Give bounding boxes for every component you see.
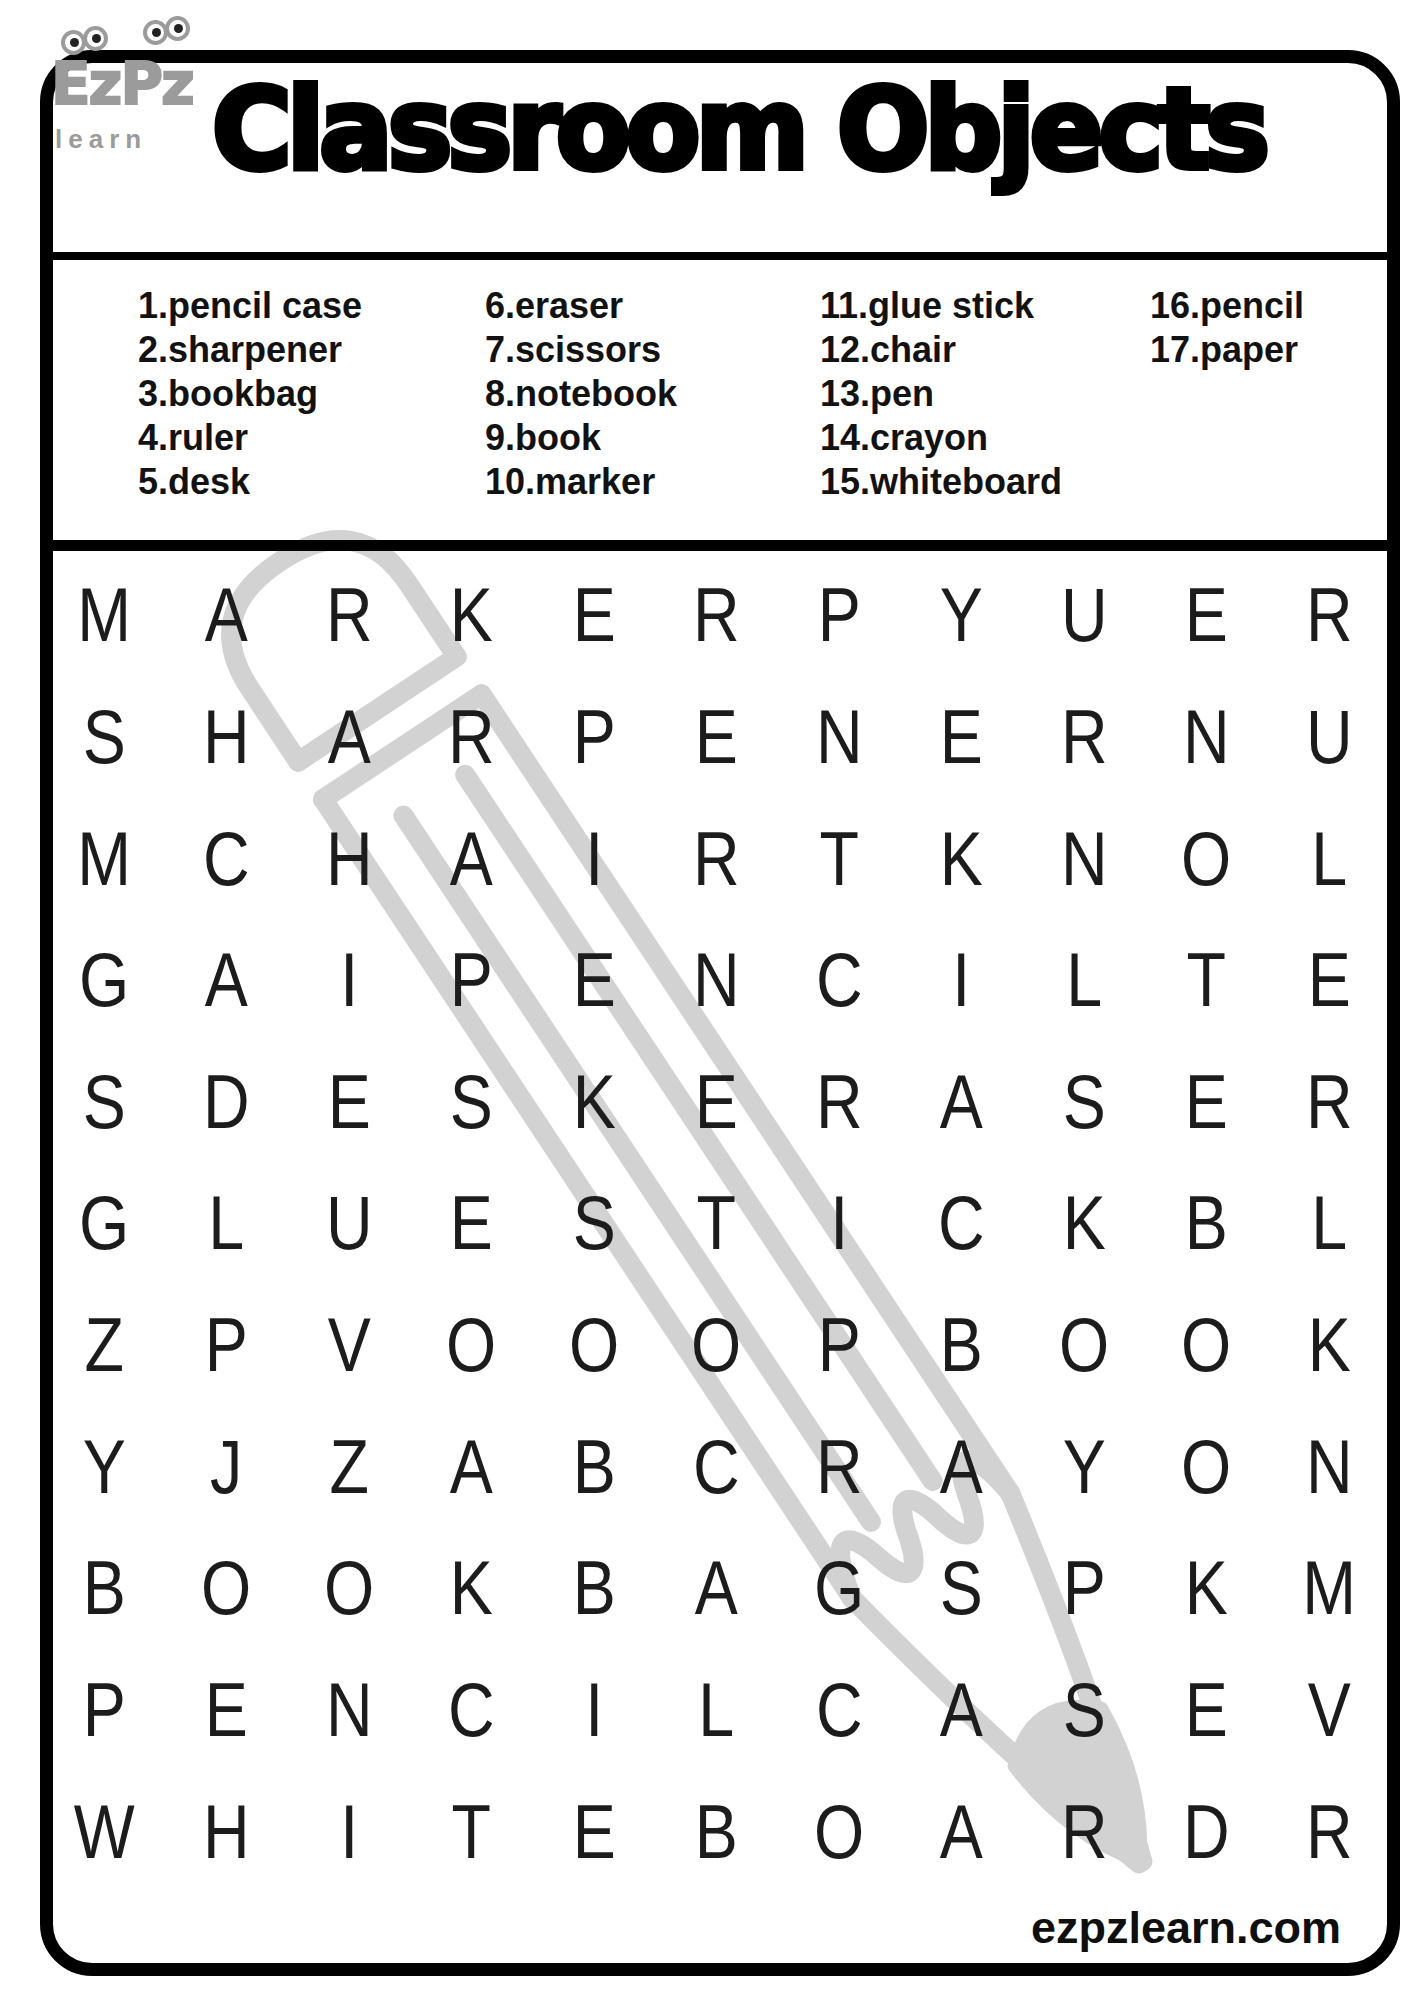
grid-cell: Z [52, 1284, 156, 1406]
grid-cell: Y [1032, 1405, 1136, 1527]
grid-cell: I [909, 919, 1013, 1041]
word-list-item: 1.pencil case [138, 284, 485, 328]
grid-cell: K [1032, 1162, 1136, 1284]
grid-cell: G [52, 919, 156, 1041]
grid-cell: I [297, 1770, 401, 1892]
grid-cell: K [542, 1041, 646, 1163]
grid-cell: H [297, 797, 401, 919]
word-list-column-1: 1.pencil case2.sharpener3.bookbag4.ruler… [138, 284, 485, 504]
grid-cell: E [297, 1041, 401, 1163]
grid-cell: D [175, 1041, 279, 1163]
grid-cell: R [1032, 1770, 1136, 1892]
grid-cell: O [1154, 1284, 1258, 1406]
word-list-item: 3.bookbag [138, 372, 485, 416]
grid-cell: Y [909, 554, 1013, 676]
grid-cell: W [52, 1770, 156, 1892]
grid-cell: R [297, 554, 401, 676]
grid-cell: N [1154, 676, 1258, 798]
word-list-item: 7.scissors [485, 328, 820, 372]
grid-cell: L [1277, 797, 1381, 919]
word-list-item: 17.paper [1150, 328, 1368, 372]
grid-cell: C [175, 797, 279, 919]
word-list-item: 15.whiteboard [820, 460, 1150, 504]
grid-cell: M [52, 797, 156, 919]
grid-cell: E [420, 1162, 524, 1284]
grid-cell: O [542, 1284, 646, 1406]
grid-cell: N [664, 919, 768, 1041]
grid-cell: I [542, 1649, 646, 1771]
grid-cell: E [175, 1649, 279, 1771]
grid-cell: C [420, 1649, 524, 1771]
grid-cell: B [542, 1405, 646, 1527]
grid-cell: C [664, 1405, 768, 1527]
grid-cell: A [297, 676, 401, 798]
word-list-item: 9.book [485, 416, 820, 460]
grid-cell: H [175, 1770, 279, 1892]
word-list-item: 10.marker [485, 460, 820, 504]
grid-cell: N [1277, 1405, 1381, 1527]
grid-cell: G [52, 1162, 156, 1284]
grid-cell: R [1277, 554, 1381, 676]
grid-cell: O [175, 1527, 279, 1649]
grid-cell: A [420, 1405, 524, 1527]
grid-cell: A [175, 919, 279, 1041]
grid-cell: R [787, 1405, 891, 1527]
word-list-item: 14.crayon [820, 416, 1150, 460]
divider-top [40, 252, 1400, 260]
grid-cell: R [1277, 1770, 1381, 1892]
grid-cell: T [420, 1770, 524, 1892]
grid-cell: I [542, 797, 646, 919]
grid-cell: I [787, 1162, 891, 1284]
grid-cell: I [297, 919, 401, 1041]
word-list-column-2: 6.eraser7.scissors8.notebook9.book10.mar… [485, 284, 820, 504]
word-list: 1.pencil case2.sharpener3.bookbag4.ruler… [138, 284, 1368, 504]
grid-cell: V [1277, 1649, 1381, 1771]
grid-cell: L [1032, 919, 1136, 1041]
owl-eye-icon [83, 26, 108, 51]
grid-cell: O [787, 1770, 891, 1892]
word-search-grid: MARKERPYUERSHARPENERNUMCHAIRTKNOLGAIPENC… [43, 554, 1390, 1892]
grid-cell: D [1154, 1770, 1258, 1892]
word-list-column-4: 16.pencil17.paper [1150, 284, 1368, 504]
grid-cell: V [297, 1284, 401, 1406]
grid-cell: J [175, 1405, 279, 1527]
grid-cell: S [909, 1527, 1013, 1649]
grid-cell: M [1277, 1527, 1381, 1649]
grid-cell: T [787, 797, 891, 919]
word-list-item: 16.pencil [1150, 284, 1368, 328]
grid-cell: R [664, 797, 768, 919]
grid-cell: R [787, 1041, 891, 1163]
grid-cell: P [52, 1649, 156, 1771]
grid-cell: E [542, 554, 646, 676]
grid-cell: E [1277, 919, 1381, 1041]
grid-cell: S [542, 1162, 646, 1284]
grid-cell: P [1032, 1527, 1136, 1649]
grid-cell: C [909, 1162, 1013, 1284]
grid-cell: O [1154, 1405, 1258, 1527]
grid-cell: K [909, 797, 1013, 919]
grid-cell: P [175, 1284, 279, 1406]
grid-cell: K [1154, 1527, 1258, 1649]
grid-cell: Z [297, 1405, 401, 1527]
grid-cell: A [909, 1405, 1013, 1527]
grid-cell: T [664, 1162, 768, 1284]
grid-cell: O [1032, 1284, 1136, 1406]
word-list-item: 12.chair [820, 328, 1150, 372]
grid-cell: P [787, 554, 891, 676]
owl-eye-icon [165, 16, 190, 41]
grid-cell: N [1032, 797, 1136, 919]
word-list-item: 13.pen [820, 372, 1150, 416]
word-list-item: 5.desk [138, 460, 485, 504]
page-title: Classroom Objects [212, 64, 1265, 194]
word-list-item: 4.ruler [138, 416, 485, 460]
grid-cell: E [1154, 1649, 1258, 1771]
grid-cell: B [542, 1527, 646, 1649]
grid-cell: O [664, 1284, 768, 1406]
grid-cell: A [420, 797, 524, 919]
grid-cell: C [787, 919, 891, 1041]
grid-cell: E [542, 919, 646, 1041]
grid-cell: E [1154, 554, 1258, 676]
grid-cell: N [787, 676, 891, 798]
grid-cell: A [909, 1649, 1013, 1771]
grid-cell: P [787, 1284, 891, 1406]
grid-cell: U [1032, 554, 1136, 676]
grid-cell: L [664, 1649, 768, 1771]
word-list-item: 2.sharpener [138, 328, 485, 372]
grid-cell: G [787, 1527, 891, 1649]
grid-cell: C [787, 1649, 891, 1771]
logo-learn-text: learn [55, 124, 147, 155]
grid-cell: R [420, 676, 524, 798]
word-list-item: 8.notebook [485, 372, 820, 416]
grid-cell: M [52, 554, 156, 676]
ezpz-logo: EzPz learn [45, 26, 245, 161]
grid-cell: B [1154, 1162, 1258, 1284]
owl-eye-icon [61, 30, 86, 55]
grid-cell: S [1032, 1649, 1136, 1771]
grid-cell: P [542, 676, 646, 798]
grid-cell: K [420, 554, 524, 676]
word-list-item: 6.eraser [485, 284, 820, 328]
grid-cell: B [664, 1770, 768, 1892]
grid-cell: A [909, 1041, 1013, 1163]
grid-cell: R [1032, 676, 1136, 798]
grid-cell: U [297, 1162, 401, 1284]
grid-cell: Y [52, 1405, 156, 1527]
word-list-item: 11.glue stick [820, 284, 1150, 328]
grid-cell: L [175, 1162, 279, 1284]
grid-cell: K [1277, 1284, 1381, 1406]
grid-cell: A [175, 554, 279, 676]
grid-cell: B [909, 1284, 1013, 1406]
website-url: ezpzlearn.com [1031, 1902, 1341, 1954]
grid-cell: L [1277, 1162, 1381, 1284]
grid-cell: P [420, 919, 524, 1041]
word-list-column-3: 11.glue stick12.chair13.pen14.crayon15.w… [820, 284, 1150, 504]
grid-cell: S [1032, 1041, 1136, 1163]
grid-cell: E [664, 1041, 768, 1163]
grid-cell: U [1277, 676, 1381, 798]
grid-cell: O [420, 1284, 524, 1406]
grid-cell: S [52, 1041, 156, 1163]
grid-cell: S [420, 1041, 524, 1163]
grid-cell: R [664, 554, 768, 676]
grid-cell: O [1154, 797, 1258, 919]
grid-cell: O [297, 1527, 401, 1649]
owl-eye-icon [143, 20, 168, 45]
grid-cell: E [909, 676, 1013, 798]
grid-cell: E [1154, 1041, 1258, 1163]
grid-cell: S [52, 676, 156, 798]
grid-cell: R [1277, 1041, 1381, 1163]
grid-cell: E [542, 1770, 646, 1892]
grid-cell: A [664, 1527, 768, 1649]
grid-cell: T [1154, 919, 1258, 1041]
grid-cell: K [420, 1527, 524, 1649]
grid-cell: H [175, 676, 279, 798]
grid-cell: A [909, 1770, 1013, 1892]
logo-brand-text: EzPz [51, 50, 193, 118]
grid-cell: E [664, 676, 768, 798]
divider-bottom [40, 540, 1400, 551]
grid-cell: B [52, 1527, 156, 1649]
grid-cell: N [297, 1649, 401, 1771]
